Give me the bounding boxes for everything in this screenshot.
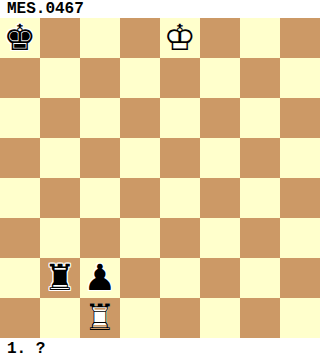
square-d3[interactable] <box>120 218 160 258</box>
square-g6[interactable] <box>240 98 280 138</box>
square-h4[interactable] <box>280 178 320 218</box>
square-b8[interactable] <box>40 18 80 58</box>
black-king[interactable]: ♚ <box>0 18 40 58</box>
square-h8[interactable] <box>280 18 320 58</box>
square-b3[interactable] <box>40 218 80 258</box>
white-rook-glyph: ♖ <box>80 298 120 338</box>
square-e1[interactable] <box>160 298 200 338</box>
square-a4[interactable] <box>0 178 40 218</box>
black-rook[interactable]: ♜ <box>40 258 80 298</box>
square-d4[interactable] <box>120 178 160 218</box>
black-king-glyph: ♚ <box>0 18 40 58</box>
square-c1[interactable]: ♜♖ <box>80 298 120 338</box>
square-a6[interactable] <box>0 98 40 138</box>
square-f6[interactable] <box>200 98 240 138</box>
square-c4[interactable] <box>80 178 120 218</box>
square-f2[interactable] <box>200 258 240 298</box>
chess-board: ♚♚♔♜♟♜♖ <box>0 18 320 338</box>
square-e7[interactable] <box>160 58 200 98</box>
white-rook[interactable]: ♜♖ <box>80 298 120 338</box>
square-b2[interactable]: ♜ <box>40 258 80 298</box>
square-c2[interactable]: ♟ <box>80 258 120 298</box>
square-d2[interactable] <box>120 258 160 298</box>
square-c6[interactable] <box>80 98 120 138</box>
white-king-glyph: ♔ <box>160 18 200 58</box>
square-f1[interactable] <box>200 298 240 338</box>
square-a3[interactable] <box>0 218 40 258</box>
square-c8[interactable] <box>80 18 120 58</box>
square-f5[interactable] <box>200 138 240 178</box>
square-e4[interactable] <box>160 178 200 218</box>
square-g5[interactable] <box>240 138 280 178</box>
square-h2[interactable] <box>280 258 320 298</box>
square-d1[interactable] <box>120 298 160 338</box>
square-b4[interactable] <box>40 178 80 218</box>
square-h6[interactable] <box>280 98 320 138</box>
square-a2[interactable] <box>0 258 40 298</box>
square-g7[interactable] <box>240 58 280 98</box>
square-g3[interactable] <box>240 218 280 258</box>
black-pawn[interactable]: ♟ <box>80 258 120 298</box>
square-e5[interactable] <box>160 138 200 178</box>
square-h1[interactable] <box>280 298 320 338</box>
square-b6[interactable] <box>40 98 80 138</box>
square-g1[interactable] <box>240 298 280 338</box>
square-h3[interactable] <box>280 218 320 258</box>
square-h7[interactable] <box>280 58 320 98</box>
square-a7[interactable] <box>0 58 40 98</box>
square-h5[interactable] <box>280 138 320 178</box>
square-g4[interactable] <box>240 178 280 218</box>
square-b7[interactable] <box>40 58 80 98</box>
square-d5[interactable] <box>120 138 160 178</box>
square-b5[interactable] <box>40 138 80 178</box>
square-a5[interactable] <box>0 138 40 178</box>
black-pawn-glyph: ♟ <box>80 258 120 298</box>
square-g8[interactable] <box>240 18 280 58</box>
square-f4[interactable] <box>200 178 240 218</box>
puzzle-id: MES.0467 <box>0 0 320 18</box>
square-f7[interactable] <box>200 58 240 98</box>
square-e6[interactable] <box>160 98 200 138</box>
square-d8[interactable] <box>120 18 160 58</box>
square-f8[interactable] <box>200 18 240 58</box>
square-f3[interactable] <box>200 218 240 258</box>
square-a1[interactable] <box>0 298 40 338</box>
square-a8[interactable]: ♚ <box>0 18 40 58</box>
square-g2[interactable] <box>240 258 280 298</box>
square-d6[interactable] <box>120 98 160 138</box>
black-rook-glyph: ♜ <box>40 258 80 298</box>
square-c7[interactable] <box>80 58 120 98</box>
move-prompt: 1. ? <box>0 338 320 360</box>
square-b1[interactable] <box>40 298 80 338</box>
square-c5[interactable] <box>80 138 120 178</box>
square-d7[interactable] <box>120 58 160 98</box>
white-king[interactable]: ♚♔ <box>160 18 200 58</box>
square-e2[interactable] <box>160 258 200 298</box>
square-c3[interactable] <box>80 218 120 258</box>
square-e3[interactable] <box>160 218 200 258</box>
square-e8[interactable]: ♚♔ <box>160 18 200 58</box>
